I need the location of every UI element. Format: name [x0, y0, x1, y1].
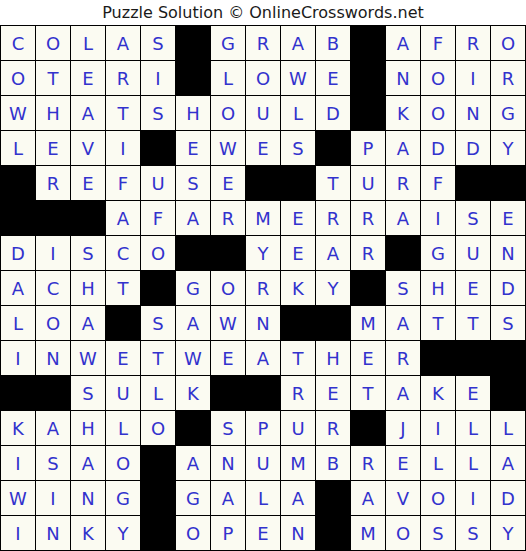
letter-cell-r8c14: E — [456, 271, 490, 305]
black-cell-r14c5 — [141, 481, 175, 515]
black-cell-r12c6 — [176, 411, 210, 445]
letter-cell-r2c5: I — [141, 61, 175, 95]
black-cell-r6c3 — [71, 201, 105, 235]
letter-cell-r4c15: Y — [491, 131, 525, 165]
letter-cell-r6c7: R — [211, 201, 245, 235]
letter-cell-r8c8: R — [246, 271, 280, 305]
letter-cell-r12c3: H — [71, 411, 105, 445]
black-cell-r1c11 — [351, 26, 385, 60]
letter-cell-r2c15: R — [491, 61, 525, 95]
letter-cell-r7c5: O — [141, 236, 175, 270]
letter-cell-r12c5: O — [141, 411, 175, 445]
letter-cell-r6c12: A — [386, 201, 420, 235]
letter-cell-r8c9: K — [281, 271, 315, 305]
black-cell-r11c1 — [1, 376, 35, 410]
letter-cell-r12c1: K — [1, 411, 35, 445]
letter-cell-r4c7: W — [211, 131, 245, 165]
letter-cell-r7c10: A — [316, 236, 350, 270]
letter-cell-r7c8: Y — [246, 236, 280, 270]
letter-cell-r13c7: N — [211, 446, 245, 480]
letter-cell-r5c12: R — [386, 166, 420, 200]
letter-cell-r8c3: H — [71, 271, 105, 305]
letter-cell-r15c4: Y — [106, 516, 140, 550]
letter-cell-r8c10: Y — [316, 271, 350, 305]
letter-cell-r1c13: F — [421, 26, 455, 60]
letter-cell-r9c14: T — [456, 306, 490, 340]
letter-cell-r1c2: O — [36, 26, 70, 60]
letter-cell-r14c1: W — [1, 481, 35, 515]
letter-cell-r15c6: O — [176, 516, 210, 550]
letter-cell-r15c8: E — [246, 516, 280, 550]
letter-cell-r2c4: R — [106, 61, 140, 95]
black-cell-r8c5 — [141, 271, 175, 305]
letter-cell-r9c5: S — [141, 306, 175, 340]
letter-cell-r13c11: R — [351, 446, 385, 480]
letter-cell-r13c4: O — [106, 446, 140, 480]
letter-cell-r15c1: I — [1, 516, 35, 550]
letter-cell-r15c14: S — [456, 516, 490, 550]
letter-cell-r5c2: R — [36, 166, 70, 200]
black-cell-r13c5 — [141, 446, 175, 480]
black-cell-r15c5 — [141, 516, 175, 550]
black-cell-r2c6 — [176, 61, 210, 95]
letter-cell-r6c11: R — [351, 201, 385, 235]
black-cell-r9c4 — [106, 306, 140, 340]
letter-cell-r13c6: A — [176, 446, 210, 480]
black-cell-r7c12 — [386, 236, 420, 270]
letter-cell-r14c12: V — [386, 481, 420, 515]
letter-cell-r11c11: T — [351, 376, 385, 410]
letter-cell-r5c13: F — [421, 166, 455, 200]
letter-cell-r3c9: L — [281, 96, 315, 130]
letter-cell-r10c12: R — [386, 341, 420, 375]
letter-cell-r4c9: S — [281, 131, 315, 165]
letter-cell-r7c13: G — [421, 236, 455, 270]
letter-cell-r5c10: T — [316, 166, 350, 200]
letter-cell-r15c15: Y — [491, 516, 525, 550]
letter-cell-r9c12: A — [386, 306, 420, 340]
letter-cell-r6c15: E — [491, 201, 525, 235]
letter-cell-r1c3: L — [71, 26, 105, 60]
letter-cell-r2c13: O — [421, 61, 455, 95]
letter-cell-r1c8: R — [246, 26, 280, 60]
letter-cell-r9c3: A — [71, 306, 105, 340]
letter-cell-r11c3: S — [71, 376, 105, 410]
black-cell-r5c15 — [491, 166, 525, 200]
letter-cell-r8c6: G — [176, 271, 210, 305]
letter-cell-r11c12: A — [386, 376, 420, 410]
black-cell-r11c7 — [211, 376, 245, 410]
letter-cell-r2c9: W — [281, 61, 315, 95]
letter-cell-r4c8: E — [246, 131, 280, 165]
letter-cell-r9c15: S — [491, 306, 525, 340]
black-cell-r3c11 — [351, 96, 385, 130]
letter-cell-r1c1: C — [1, 26, 35, 60]
black-cell-r9c9 — [281, 306, 315, 340]
letter-cell-r13c14: L — [456, 446, 490, 480]
letter-cell-r12c13: I — [421, 411, 455, 445]
letter-cell-r6c13: I — [421, 201, 455, 235]
letter-cell-r12c12: J — [386, 411, 420, 445]
letter-cell-r14c13: O — [421, 481, 455, 515]
letter-cell-r3c3: A — [71, 96, 105, 130]
letter-cell-r10c11: E — [351, 341, 385, 375]
letter-cell-r6c14: S — [456, 201, 490, 235]
letter-cell-r3c12: K — [386, 96, 420, 130]
letter-cell-r2c3: E — [71, 61, 105, 95]
letter-cell-r14c11: A — [351, 481, 385, 515]
letter-cell-r2c14: I — [456, 61, 490, 95]
letter-cell-r4c13: D — [421, 131, 455, 165]
letter-cell-r1c7: G — [211, 26, 245, 60]
letter-cell-r1c15: O — [491, 26, 525, 60]
letter-cell-r10c7: E — [211, 341, 245, 375]
letter-cell-r9c11: M — [351, 306, 385, 340]
black-cell-r5c8 — [246, 166, 280, 200]
black-cell-r9c10 — [316, 306, 350, 340]
letter-cell-r15c7: P — [211, 516, 245, 550]
letter-cell-r2c10: E — [316, 61, 350, 95]
letter-cell-r10c10: H — [316, 341, 350, 375]
letter-cell-r7c1: D — [1, 236, 35, 270]
letter-cell-r9c1: L — [1, 306, 35, 340]
black-cell-r5c9 — [281, 166, 315, 200]
letter-cell-r6c6: A — [176, 201, 210, 235]
black-cell-r11c2 — [36, 376, 70, 410]
letter-cell-r14c9: A — [281, 481, 315, 515]
letter-cell-r2c2: T — [36, 61, 70, 95]
letter-cell-r8c4: T — [106, 271, 140, 305]
black-cell-r7c6 — [176, 236, 210, 270]
letter-cell-r2c8: O — [246, 61, 280, 95]
letter-cell-r3c7: O — [211, 96, 245, 130]
letter-cell-r14c8: L — [246, 481, 280, 515]
letter-cell-r3c13: O — [421, 96, 455, 130]
letter-cell-r1c14: R — [456, 26, 490, 60]
letter-cell-r3c8: U — [246, 96, 280, 130]
letter-cell-r4c3: V — [71, 131, 105, 165]
letter-cell-r3c5: S — [141, 96, 175, 130]
letter-cell-r9c8: N — [246, 306, 280, 340]
letter-cell-r10c1: I — [1, 341, 35, 375]
letter-cell-r7c9: E — [281, 236, 315, 270]
letter-cell-r11c6: K — [176, 376, 210, 410]
letter-cell-r10c5: T — [141, 341, 175, 375]
letter-cell-r14c2: I — [36, 481, 70, 515]
letter-cell-r12c14: L — [456, 411, 490, 445]
letter-cell-r3c2: H — [36, 96, 70, 130]
letter-cell-r4c14: D — [456, 131, 490, 165]
letter-cell-r5c6: S — [176, 166, 210, 200]
letter-cell-r11c9: R — [281, 376, 315, 410]
black-cell-r6c2 — [36, 201, 70, 235]
letter-cell-r8c1: A — [1, 271, 35, 305]
letter-cell-r6c10: R — [316, 201, 350, 235]
letter-cell-r5c4: F — [106, 166, 140, 200]
letter-cell-r9c2: O — [36, 306, 70, 340]
black-cell-r15c10 — [316, 516, 350, 550]
letter-cell-r8c15: D — [491, 271, 525, 305]
letter-cell-r13c9: M — [281, 446, 315, 480]
letter-cell-r3c1: W — [1, 96, 35, 130]
letter-cell-r15c13: S — [421, 516, 455, 550]
letter-cell-r10c8: A — [246, 341, 280, 375]
crossword-grid: COLASGRABAFROOTERILOWENOIRWHATSHOULDKONG… — [0, 25, 526, 551]
letter-cell-r1c12: A — [386, 26, 420, 60]
letter-cell-r13c10: B — [316, 446, 350, 480]
letter-cell-r3c14: N — [456, 96, 490, 130]
letter-cell-r11c10: E — [316, 376, 350, 410]
letter-cell-r7c14: U — [456, 236, 490, 270]
black-cell-r1c6 — [176, 26, 210, 60]
letter-cell-r4c11: P — [351, 131, 385, 165]
black-cell-r11c8 — [246, 376, 280, 410]
letter-cell-r7c15: N — [491, 236, 525, 270]
letter-cell-r5c3: E — [71, 166, 105, 200]
letter-cell-r13c8: U — [246, 446, 280, 480]
letter-cell-r13c1: I — [1, 446, 35, 480]
letter-cell-r15c11: M — [351, 516, 385, 550]
letter-cell-r7c4: C — [106, 236, 140, 270]
letter-cell-r4c4: I — [106, 131, 140, 165]
letter-cell-r4c2: E — [36, 131, 70, 165]
letter-cell-r3c10: D — [316, 96, 350, 130]
letter-cell-r2c12: N — [386, 61, 420, 95]
letter-cell-r1c5: S — [141, 26, 175, 60]
letter-cell-r15c2: N — [36, 516, 70, 550]
letter-cell-r11c14: E — [456, 376, 490, 410]
letter-cell-r6c8: M — [246, 201, 280, 235]
letter-cell-r1c9: A — [281, 26, 315, 60]
letter-cell-r1c10: B — [316, 26, 350, 60]
letter-cell-r13c2: S — [36, 446, 70, 480]
letter-cell-r8c12: S — [386, 271, 420, 305]
letter-cell-r13c15: A — [491, 446, 525, 480]
letter-cell-r8c13: H — [421, 271, 455, 305]
letter-cell-r2c1: O — [1, 61, 35, 95]
letter-cell-r3c6: H — [176, 96, 210, 130]
letter-cell-r12c2: A — [36, 411, 70, 445]
black-cell-r10c15 — [491, 341, 525, 375]
black-cell-r5c1 — [1, 166, 35, 200]
letter-cell-r6c9: E — [281, 201, 315, 235]
black-cell-r8c11 — [351, 271, 385, 305]
letter-cell-r6c4: A — [106, 201, 140, 235]
black-cell-r10c13 — [421, 341, 455, 375]
letter-cell-r13c3: A — [71, 446, 105, 480]
letter-cell-r11c13: K — [421, 376, 455, 410]
letter-cell-r9c6: A — [176, 306, 210, 340]
letter-cell-r2c7: L — [211, 61, 245, 95]
black-cell-r5c14 — [456, 166, 490, 200]
letter-cell-r5c5: U — [141, 166, 175, 200]
black-cell-r14c10 — [316, 481, 350, 515]
letter-cell-r12c4: L — [106, 411, 140, 445]
letter-cell-r12c9: U — [281, 411, 315, 445]
black-cell-r10c14 — [456, 341, 490, 375]
page-title: Puzzle Solution © OnlineCrosswords.net — [0, 0, 526, 25]
letter-cell-r4c6: E — [176, 131, 210, 165]
letter-cell-r5c7: E — [211, 166, 245, 200]
letter-cell-r9c13: T — [421, 306, 455, 340]
letter-cell-r14c3: N — [71, 481, 105, 515]
letter-cell-r10c3: W — [71, 341, 105, 375]
letter-cell-r15c9: N — [281, 516, 315, 550]
letter-cell-r13c13: L — [421, 446, 455, 480]
letter-cell-r3c15: G — [491, 96, 525, 130]
letter-cell-r10c6: W — [176, 341, 210, 375]
letter-cell-r15c12: O — [386, 516, 420, 550]
puzzle-solution-page: Puzzle Solution © OnlineCrosswords.net C… — [0, 0, 526, 551]
black-cell-r12c11 — [351, 411, 385, 445]
letter-cell-r6c5: F — [141, 201, 175, 235]
letter-cell-r14c6: G — [176, 481, 210, 515]
letter-cell-r12c8: P — [246, 411, 280, 445]
letter-cell-r8c7: O — [211, 271, 245, 305]
letter-cell-r11c5: L — [141, 376, 175, 410]
black-cell-r4c10 — [316, 131, 350, 165]
black-cell-r11c15 — [491, 376, 525, 410]
letter-cell-r4c1: L — [1, 131, 35, 165]
letter-cell-r15c3: K — [71, 516, 105, 550]
letter-cell-r12c7: S — [211, 411, 245, 445]
letter-cell-r12c10: R — [316, 411, 350, 445]
letter-cell-r8c2: C — [36, 271, 70, 305]
letter-cell-r10c2: N — [36, 341, 70, 375]
black-cell-r2c11 — [351, 61, 385, 95]
letter-cell-r14c14: I — [456, 481, 490, 515]
letter-cell-r10c9: T — [281, 341, 315, 375]
black-cell-r4c5 — [141, 131, 175, 165]
letter-cell-r12c15: L — [491, 411, 525, 445]
letter-cell-r1c4: A — [106, 26, 140, 60]
letter-cell-r7c2: I — [36, 236, 70, 270]
letter-cell-r7c3: S — [71, 236, 105, 270]
letter-cell-r14c15: D — [491, 481, 525, 515]
letter-cell-r13c12: E — [386, 446, 420, 480]
letter-cell-r4c12: A — [386, 131, 420, 165]
letter-cell-r5c11: U — [351, 166, 385, 200]
letter-cell-r14c7: A — [211, 481, 245, 515]
letter-cell-r9c7: W — [211, 306, 245, 340]
letter-cell-r14c4: G — [106, 481, 140, 515]
letter-cell-r11c4: U — [106, 376, 140, 410]
letter-cell-r3c4: T — [106, 96, 140, 130]
letter-cell-r7c11: R — [351, 236, 385, 270]
black-cell-r7c7 — [211, 236, 245, 270]
black-cell-r6c1 — [1, 201, 35, 235]
letter-cell-r10c4: E — [106, 341, 140, 375]
